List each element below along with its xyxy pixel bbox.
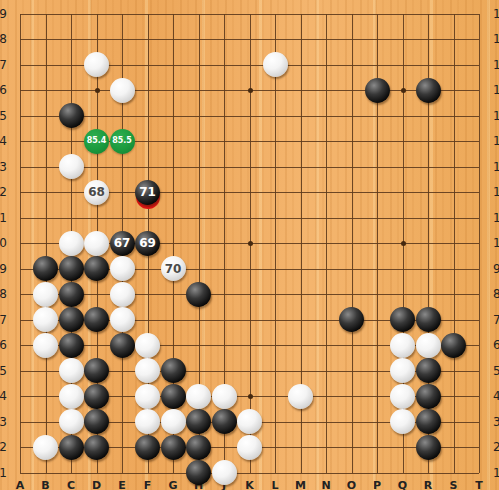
row-label-left: 8 — [0, 288, 7, 300]
stone-black: 67 — [110, 231, 135, 256]
column-label: O — [342, 480, 362, 490]
stone-black — [186, 435, 211, 460]
row-label-left: 16 — [0, 84, 7, 96]
stone-white — [288, 384, 313, 409]
row-label-right: 5 — [493, 365, 499, 377]
stone-black — [161, 435, 186, 460]
column-label: B — [36, 480, 56, 490]
stone-black — [33, 256, 58, 281]
column-label: R — [418, 480, 438, 490]
stone-white — [110, 307, 135, 332]
stone-black — [59, 307, 84, 332]
row-label-right: 6 — [493, 339, 499, 351]
row-label-left: 2 — [0, 441, 7, 453]
stone-black — [212, 409, 237, 434]
stone-white — [33, 333, 58, 358]
move-number-label: 67 — [114, 237, 131, 249]
stone-white — [135, 384, 160, 409]
row-label-left: 18 — [0, 33, 7, 45]
column-label: S — [444, 480, 464, 490]
stone-white — [161, 409, 186, 434]
row-label-right: 18 — [493, 33, 499, 45]
row-label-right: 1 — [493, 467, 499, 479]
stone-white — [110, 78, 135, 103]
move-number-label: 68 — [88, 186, 105, 198]
win-rate-badge[interactable]: 85.5 — [110, 129, 135, 154]
column-label: L — [265, 480, 285, 490]
row-label-right: 3 — [493, 416, 499, 428]
stone-white — [186, 384, 211, 409]
column-label: Q — [393, 480, 413, 490]
stone-white — [84, 52, 109, 77]
stone-black — [416, 409, 441, 434]
stone-white — [416, 333, 441, 358]
row-label-left: 19 — [0, 8, 7, 20]
row-label-right: 4 — [493, 390, 499, 402]
row-label-right: 14 — [493, 135, 499, 147]
stone-white — [135, 333, 160, 358]
stone-black — [84, 307, 109, 332]
stone-black — [84, 256, 109, 281]
row-label-left: 4 — [0, 390, 7, 402]
stone-white — [59, 231, 84, 256]
stone-black — [416, 78, 441, 103]
stone-white — [212, 460, 237, 485]
stone-white — [59, 358, 84, 383]
stone-white — [33, 435, 58, 460]
stone-black — [59, 282, 84, 307]
win-rate-value: 85.5 — [112, 137, 132, 145]
star-point — [248, 241, 253, 246]
stone-white — [390, 333, 415, 358]
stone-black: 69 — [135, 231, 160, 256]
stone-white — [237, 409, 262, 434]
row-label-right: 7 — [493, 314, 499, 326]
row-label-left: 15 — [0, 110, 7, 122]
row-label-right: 16 — [493, 84, 499, 96]
move-number-label: 71 — [139, 186, 156, 198]
stone-white — [59, 154, 84, 179]
stone-white: 70 — [161, 256, 186, 281]
column-label: C — [61, 480, 81, 490]
win-rate-value: 85.4 — [87, 137, 107, 145]
row-label-right: 11 — [493, 212, 499, 224]
row-label-right: 17 — [493, 59, 499, 71]
stone-white — [212, 384, 237, 409]
stone-black — [416, 435, 441, 460]
stone-white — [135, 358, 160, 383]
stone-black — [84, 358, 109, 383]
stone-black — [416, 384, 441, 409]
stone-black — [84, 409, 109, 434]
stone-black — [186, 409, 211, 434]
grid-line-vertical — [454, 14, 455, 473]
stone-white — [59, 384, 84, 409]
stone-black — [59, 103, 84, 128]
stone-black — [84, 435, 109, 460]
column-label: G — [163, 480, 183, 490]
stone-black — [390, 307, 415, 332]
stone-black — [416, 358, 441, 383]
row-label-left: 7 — [0, 314, 7, 326]
star-point — [95, 88, 100, 93]
column-label: E — [112, 480, 132, 490]
stone-white — [390, 358, 415, 383]
row-label-right: 9 — [493, 263, 499, 275]
row-label-right: 19 — [493, 8, 499, 20]
stone-white — [110, 256, 135, 281]
stone-black — [365, 78, 390, 103]
stone-black — [161, 384, 186, 409]
stone-white — [390, 409, 415, 434]
stone-white — [263, 52, 288, 77]
stone-white — [59, 409, 84, 434]
stone-black — [441, 333, 466, 358]
stone-black: 71 — [135, 180, 160, 205]
row-label-left: 10 — [0, 237, 7, 249]
grid-line-vertical — [352, 14, 353, 473]
move-number-label: 70 — [165, 263, 182, 275]
row-label-left: 3 — [0, 416, 7, 428]
column-label: T — [469, 480, 489, 490]
stone-black — [161, 358, 186, 383]
row-label-right: 2 — [493, 441, 499, 453]
stone-white — [390, 384, 415, 409]
column-label: N — [316, 480, 336, 490]
row-label-left: 12 — [0, 186, 7, 198]
grid-line-vertical — [479, 14, 480, 473]
column-label: P — [367, 480, 387, 490]
stone-white — [110, 282, 135, 307]
column-label: K — [240, 480, 260, 490]
row-label-right: 10 — [493, 237, 499, 249]
move-number-label: 69 — [139, 237, 156, 249]
column-label: A — [10, 480, 30, 490]
column-label: M — [291, 480, 311, 490]
column-label: D — [87, 480, 107, 490]
stone-black — [59, 435, 84, 460]
row-label-left: 1 — [0, 467, 7, 479]
row-label-right: 12 — [493, 186, 499, 198]
grid-line-horizontal — [20, 294, 479, 295]
stone-black — [84, 384, 109, 409]
stone-black — [135, 435, 160, 460]
stone-white — [237, 435, 262, 460]
star-point — [401, 241, 406, 246]
row-label-left: 9 — [0, 263, 7, 275]
row-label-left: 11 — [0, 212, 7, 224]
star-point — [248, 88, 253, 93]
column-label: F — [138, 480, 158, 490]
row-label-left: 13 — [0, 161, 7, 173]
star-point — [248, 394, 253, 399]
stone-white — [33, 307, 58, 332]
stone-black — [416, 307, 441, 332]
stone-black — [186, 282, 211, 307]
row-label-right: 8 — [493, 288, 499, 300]
stone-black — [59, 333, 84, 358]
stone-black — [110, 333, 135, 358]
grid-line-vertical — [275, 14, 276, 473]
stone-white: 68 — [84, 180, 109, 205]
row-label-left: 14 — [0, 135, 7, 147]
row-label-left: 17 — [0, 59, 7, 71]
grid-line-vertical — [326, 14, 327, 473]
stone-white — [33, 282, 58, 307]
row-label-left: 6 — [0, 339, 7, 351]
go-board[interactable]: 1919181817171616151514141313121211111010… — [0, 0, 499, 490]
grid-line-horizontal — [20, 473, 479, 474]
row-label-left: 5 — [0, 365, 7, 377]
star-point — [401, 88, 406, 93]
row-label-right: 13 — [493, 161, 499, 173]
stone-black — [339, 307, 364, 332]
stone-black — [59, 256, 84, 281]
row-label-right: 15 — [493, 110, 499, 122]
stone-white — [84, 231, 109, 256]
win-rate-badge[interactable]: 85.4 — [84, 129, 109, 154]
stone-white — [135, 409, 160, 434]
